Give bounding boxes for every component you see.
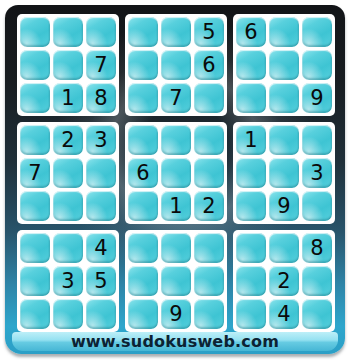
cell-r7c3[interactable]: 4 bbox=[86, 233, 116, 263]
cell-r4c2[interactable]: 2 bbox=[53, 125, 83, 155]
cell-r3c7[interactable] bbox=[236, 83, 266, 113]
cell-r7c8[interactable] bbox=[269, 233, 299, 263]
cell-r1c1[interactable] bbox=[20, 17, 50, 47]
cell-r8c7[interactable] bbox=[236, 266, 266, 296]
cell-r8c4[interactable] bbox=[128, 266, 158, 296]
cell-r9c4[interactable] bbox=[128, 299, 158, 329]
cell-r3c4[interactable] bbox=[128, 83, 158, 113]
cell-r8c3[interactable]: 5 bbox=[86, 266, 116, 296]
cell-r9c6[interactable] bbox=[194, 299, 224, 329]
cell-r6c9[interactable] bbox=[302, 191, 332, 221]
block-2-2: 612 bbox=[125, 122, 227, 224]
cell-r8c9[interactable] bbox=[302, 266, 332, 296]
cell-r6c3[interactable] bbox=[86, 191, 116, 221]
cell-r3c8[interactable] bbox=[269, 83, 299, 113]
cell-r2c1[interactable] bbox=[20, 50, 50, 80]
cell-r6c4[interactable] bbox=[128, 191, 158, 221]
cell-r2c3[interactable]: 7 bbox=[86, 50, 116, 80]
cell-r5c9[interactable]: 3 bbox=[302, 158, 332, 188]
cell-r3c1[interactable] bbox=[20, 83, 50, 113]
cell-r8c6[interactable] bbox=[194, 266, 224, 296]
cell-r2c5[interactable] bbox=[161, 50, 191, 80]
cell-r5c2[interactable] bbox=[53, 158, 83, 188]
block-3-3: 824 bbox=[233, 230, 335, 332]
cell-r5c1[interactable]: 7 bbox=[20, 158, 50, 188]
cell-r9c9[interactable] bbox=[302, 299, 332, 329]
cell-r5c5[interactable] bbox=[161, 158, 191, 188]
cell-r6c2[interactable] bbox=[53, 191, 83, 221]
cell-r2c7[interactable] bbox=[236, 50, 266, 80]
cell-r6c1[interactable] bbox=[20, 191, 50, 221]
cell-r7c7[interactable] bbox=[236, 233, 266, 263]
cell-r1c8[interactable] bbox=[269, 17, 299, 47]
cell-r3c3[interactable]: 8 bbox=[86, 83, 116, 113]
cell-r8c2[interactable]: 3 bbox=[53, 266, 83, 296]
cell-r9c7[interactable] bbox=[236, 299, 266, 329]
cell-r1c2[interactable] bbox=[53, 17, 83, 47]
cell-r1c5[interactable] bbox=[161, 17, 191, 47]
block-1-1: 718 bbox=[17, 14, 119, 116]
block-1-3: 69 bbox=[233, 14, 335, 116]
cell-r9c3[interactable] bbox=[86, 299, 116, 329]
cell-r9c8[interactable]: 4 bbox=[269, 299, 299, 329]
cell-r7c5[interactable] bbox=[161, 233, 191, 263]
cell-r7c2[interactable] bbox=[53, 233, 83, 263]
cell-r5c8[interactable] bbox=[269, 158, 299, 188]
cell-r6c8[interactable]: 9 bbox=[269, 191, 299, 221]
cell-r2c8[interactable] bbox=[269, 50, 299, 80]
cell-r6c7[interactable] bbox=[236, 191, 266, 221]
cell-r5c7[interactable] bbox=[236, 158, 266, 188]
cell-r1c7[interactable]: 6 bbox=[236, 17, 266, 47]
block-3-1: 435 bbox=[17, 230, 119, 332]
cell-r1c6[interactable]: 5 bbox=[194, 17, 224, 47]
cell-r9c1[interactable] bbox=[20, 299, 50, 329]
cell-r8c5[interactable] bbox=[161, 266, 191, 296]
block-3-2: 9 bbox=[125, 230, 227, 332]
cell-r6c5[interactable]: 1 bbox=[161, 191, 191, 221]
cell-r8c8[interactable]: 2 bbox=[269, 266, 299, 296]
cell-r4c4[interactable] bbox=[128, 125, 158, 155]
cell-r2c4[interactable] bbox=[128, 50, 158, 80]
cell-r8c1[interactable] bbox=[20, 266, 50, 296]
cell-r6c6[interactable]: 2 bbox=[194, 191, 224, 221]
block-2-3: 139 bbox=[233, 122, 335, 224]
cell-r2c2[interactable] bbox=[53, 50, 83, 80]
website-url: www.sudokusweb.com bbox=[71, 332, 279, 351]
cell-r5c4[interactable]: 6 bbox=[128, 158, 158, 188]
cell-r9c2[interactable] bbox=[53, 299, 83, 329]
cell-r5c6[interactable] bbox=[194, 158, 224, 188]
cell-r9c5[interactable]: 9 bbox=[161, 299, 191, 329]
cell-r7c4[interactable] bbox=[128, 233, 158, 263]
cell-r4c3[interactable]: 3 bbox=[86, 125, 116, 155]
cell-r2c6[interactable]: 6 bbox=[194, 50, 224, 80]
cell-r4c6[interactable] bbox=[194, 125, 224, 155]
cell-r7c9[interactable]: 8 bbox=[302, 233, 332, 263]
cell-r4c7[interactable]: 1 bbox=[236, 125, 266, 155]
sudoku-grid: 718567692376121394359824 bbox=[17, 14, 335, 332]
cell-r4c5[interactable] bbox=[161, 125, 191, 155]
cell-r1c9[interactable] bbox=[302, 17, 332, 47]
cell-r3c5[interactable]: 7 bbox=[161, 83, 191, 113]
cell-r4c8[interactable] bbox=[269, 125, 299, 155]
cell-r4c9[interactable] bbox=[302, 125, 332, 155]
cell-r1c3[interactable] bbox=[86, 17, 116, 47]
footer-bar: www.sudokusweb.com bbox=[12, 332, 338, 351]
cell-r2c9[interactable] bbox=[302, 50, 332, 80]
cell-r3c6[interactable] bbox=[194, 83, 224, 113]
cell-r7c6[interactable] bbox=[194, 233, 224, 263]
cell-r7c1[interactable] bbox=[20, 233, 50, 263]
sudoku-board-frame: 718567692376121394359824 www.sudokusweb.… bbox=[5, 5, 345, 354]
cell-r1c4[interactable] bbox=[128, 17, 158, 47]
block-1-2: 567 bbox=[125, 14, 227, 116]
cell-r3c2[interactable]: 1 bbox=[53, 83, 83, 113]
cell-r3c9[interactable]: 9 bbox=[302, 83, 332, 113]
block-2-1: 237 bbox=[17, 122, 119, 224]
cell-r4c1[interactable] bbox=[20, 125, 50, 155]
cell-r5c3[interactable] bbox=[86, 158, 116, 188]
